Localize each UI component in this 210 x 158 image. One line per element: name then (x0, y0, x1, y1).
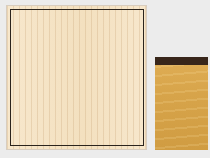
shogi-board (7, 6, 146, 149)
rank-labels (146, 9, 154, 146)
komadai-sente (155, 57, 208, 150)
board-grid[interactable] (10, 9, 144, 146)
shogi-diagram (0, 0, 210, 158)
sente-hand-area (155, 65, 208, 150)
komadai-header (155, 57, 208, 65)
